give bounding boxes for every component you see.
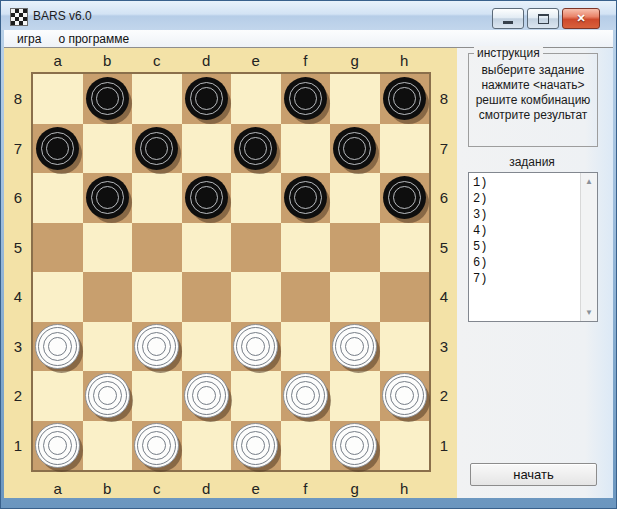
side-panel: инструкция выберите задание нажмите <нач… (457, 48, 613, 498)
file-label-b: b (83, 52, 133, 69)
square-g3[interactable] (330, 322, 380, 372)
square-e5[interactable] (231, 223, 281, 273)
file-label-f: f (281, 480, 331, 497)
square-h1[interactable] (380, 421, 430, 471)
square-b2[interactable] (83, 371, 133, 421)
rank-label-7: 7 (11, 124, 25, 174)
instruction-text: выберите задание нажмите <начать> решите… (469, 54, 597, 123)
rank-label-1: 1 (437, 421, 451, 471)
file-label-g: g (330, 52, 380, 69)
square-d5[interactable] (182, 223, 232, 273)
menu-item-game[interactable]: игра (17, 32, 41, 46)
file-label-d: d (182, 480, 232, 497)
task-item-5[interactable]: 5) (473, 239, 597, 255)
task-item-3[interactable]: 3) (473, 207, 597, 223)
white-man-e3[interactable] (233, 324, 278, 369)
file-label-h: h (380, 52, 430, 69)
piece-ring (195, 186, 218, 209)
square-g7[interactable] (330, 124, 380, 174)
file-label-d: d (182, 52, 232, 69)
rank-label-5: 5 (437, 223, 451, 273)
black-man-e7[interactable] (234, 127, 277, 170)
rank-label-2: 2 (437, 371, 451, 421)
square-c2[interactable] (132, 371, 182, 421)
square-c5[interactable] (132, 223, 182, 273)
client-area: abcdefgh abcdefgh 87654321 87654321 инст… (4, 48, 613, 498)
board-panel: abcdefgh abcdefgh 87654321 87654321 (4, 48, 457, 498)
piece-ring (296, 386, 315, 405)
square-g4[interactable] (330, 272, 380, 322)
white-man-e1[interactable] (233, 423, 278, 468)
rank-label-5: 5 (11, 223, 25, 273)
piece-ring (48, 436, 67, 455)
instruction-line: выберите задание (469, 63, 597, 78)
square-d1[interactable] (182, 421, 232, 471)
piece-ring (393, 186, 416, 209)
piece-ring (294, 186, 317, 209)
piece-ring (96, 186, 119, 209)
square-b1[interactable] (83, 421, 133, 471)
square-e8[interactable] (231, 74, 281, 124)
file-label-c: c (132, 480, 182, 497)
black-man-h8[interactable] (383, 77, 426, 120)
menu-item-about[interactable]: о программе (58, 32, 129, 46)
square-h6[interactable] (380, 173, 430, 223)
file-label-e: e (231, 480, 281, 497)
square-b3[interactable] (83, 322, 133, 372)
white-man-b2[interactable] (85, 373, 130, 418)
task-item-1[interactable]: 1) (473, 175, 597, 191)
checkerboard-icon (10, 8, 28, 26)
black-man-d6[interactable] (185, 176, 228, 219)
black-man-h6[interactable] (383, 176, 426, 219)
window-controls: ✕ (492, 8, 600, 29)
file-label-h: h (380, 480, 430, 497)
square-d8[interactable] (182, 74, 232, 124)
file-label-g: g (330, 480, 380, 497)
square-c6[interactable] (132, 173, 182, 223)
rank-label-7: 7 (437, 124, 451, 174)
dash-icon (503, 21, 513, 24)
square-e1[interactable] (231, 421, 281, 471)
square-b8[interactable] (83, 74, 133, 124)
square-e2[interactable] (231, 371, 281, 421)
square-a1[interactable] (33, 421, 83, 471)
black-man-b8[interactable] (86, 77, 129, 120)
square-d3[interactable] (182, 322, 232, 372)
square-b4[interactable] (83, 272, 133, 322)
task-item-6[interactable]: 6) (473, 255, 597, 271)
white-man-h2[interactable] (382, 373, 427, 418)
piece-ring (197, 386, 216, 405)
square-f2[interactable] (281, 371, 331, 421)
square-g8[interactable] (330, 74, 380, 124)
white-man-g3[interactable] (332, 324, 377, 369)
square-d6[interactable] (182, 173, 232, 223)
square-b5[interactable] (83, 223, 133, 273)
square-h8[interactable] (380, 74, 430, 124)
white-man-a3[interactable] (35, 324, 80, 369)
square-f8[interactable] (281, 74, 331, 124)
white-man-a1[interactable] (35, 423, 80, 468)
square-a7[interactable] (33, 124, 83, 174)
square-icon (538, 14, 549, 24)
piece-ring (147, 337, 166, 356)
white-man-d2[interactable] (184, 373, 229, 418)
title-bar[interactable]: BARS v6.0 ✕ (1, 1, 616, 30)
piece-ring (48, 337, 67, 356)
instruction-groupbox: инструкция выберите задание нажмите <нач… (468, 53, 598, 147)
instruction-line: смотрите результат (469, 108, 597, 123)
rank-label-3: 3 (11, 322, 25, 372)
file-label-e: e (231, 52, 281, 69)
square-h4[interactable] (380, 272, 430, 322)
window-title: BARS v6.0 (33, 9, 92, 23)
rank-label-6: 6 (11, 173, 25, 223)
rank-label-3: 3 (437, 322, 451, 372)
square-a5[interactable] (33, 223, 83, 273)
app-window: BARS v6.0 ✕ игра о программе abcdefgh ab… (0, 0, 617, 509)
close-button[interactable]: ✕ (562, 8, 600, 29)
task-item-2[interactable]: 2) (473, 191, 597, 207)
piece-ring (246, 436, 265, 455)
square-f7[interactable] (281, 124, 331, 174)
square-a8[interactable] (33, 74, 83, 124)
tasks-scrollbar[interactable]: ▲ ▼ (580, 173, 597, 321)
piece-ring (343, 137, 366, 160)
square-f5[interactable] (281, 223, 331, 273)
square-h2[interactable] (380, 371, 430, 421)
white-man-c1[interactable] (134, 423, 179, 468)
file-label-a: a (33, 52, 83, 69)
rank-labels-right: 87654321 (437, 74, 451, 470)
tasks-label: задания (468, 155, 596, 169)
black-man-f6[interactable] (284, 176, 327, 219)
piece-ring (294, 87, 317, 110)
square-b6[interactable] (83, 173, 133, 223)
file-label-b: b (83, 480, 133, 497)
task-item-7[interactable]: 7) (473, 271, 597, 287)
square-h5[interactable] (380, 223, 430, 273)
start-button[interactable]: начать (470, 463, 597, 486)
square-d4[interactable] (182, 272, 232, 322)
square-g5[interactable] (330, 223, 380, 273)
file-label-f: f (281, 52, 331, 69)
square-c4[interactable] (132, 272, 182, 322)
piece-ring (244, 137, 267, 160)
piece-ring (246, 337, 265, 356)
instruction-line: решите комбинацию (469, 93, 597, 108)
instruction-groupbox-title: инструкция (474, 46, 543, 60)
file-labels-top: abcdefgh (33, 52, 429, 69)
square-f4[interactable] (281, 272, 331, 322)
file-labels-bottom: abcdefgh (33, 480, 429, 497)
rank-label-2: 2 (11, 371, 25, 421)
square-b7[interactable] (83, 124, 133, 174)
white-man-c3[interactable] (134, 324, 179, 369)
piece-ring (393, 87, 416, 110)
square-a4[interactable] (33, 272, 83, 322)
square-f6[interactable] (281, 173, 331, 223)
piece-ring (395, 386, 414, 405)
task-item-4[interactable]: 4) (473, 223, 597, 239)
x-icon: ✕ (576, 12, 585, 25)
square-h3[interactable] (380, 322, 430, 372)
piece-ring (195, 87, 218, 110)
rank-label-1: 1 (11, 421, 25, 471)
piece-ring (345, 337, 364, 356)
square-a6[interactable] (33, 173, 83, 223)
square-c7[interactable] (132, 124, 182, 174)
square-e4[interactable] (231, 272, 281, 322)
black-man-g7[interactable] (333, 127, 376, 170)
white-man-g1[interactable] (332, 423, 377, 468)
rank-label-8: 8 (11, 74, 25, 124)
square-c8[interactable] (132, 74, 182, 124)
rank-labels-left: 87654321 (11, 74, 25, 470)
rank-label-8: 8 (437, 74, 451, 124)
square-g2[interactable] (330, 371, 380, 421)
piece-ring (96, 87, 119, 110)
square-e7[interactable] (231, 124, 281, 174)
black-man-d8[interactable] (185, 77, 228, 120)
square-c3[interactable] (132, 322, 182, 372)
black-man-a7[interactable] (36, 127, 79, 170)
square-a2[interactable] (33, 371, 83, 421)
triangle-down-icon[interactable]: ▼ (581, 305, 597, 320)
white-man-f2[interactable] (283, 373, 328, 418)
tasks-listbox[interactable]: 1)2)3)4)5)6)7) ▲ ▼ (468, 172, 598, 322)
maximize-button[interactable] (527, 8, 559, 29)
black-man-f8[interactable] (284, 77, 327, 120)
square-d7[interactable] (182, 124, 232, 174)
square-c1[interactable] (132, 421, 182, 471)
black-man-c7[interactable] (135, 127, 178, 170)
square-g6[interactable] (330, 173, 380, 223)
square-a3[interactable] (33, 322, 83, 372)
piece-ring (145, 137, 168, 160)
rank-label-4: 4 (11, 272, 25, 322)
minimize-button[interactable] (492, 8, 524, 29)
square-h7[interactable] (380, 124, 430, 174)
piece-ring (345, 436, 364, 455)
piece-ring (98, 386, 117, 405)
piece-ring (46, 137, 69, 160)
rank-label-4: 4 (437, 272, 451, 322)
piece-ring (147, 436, 166, 455)
triangle-up-icon[interactable]: ▲ (581, 174, 597, 189)
square-g1[interactable] (330, 421, 380, 471)
file-label-c: c (132, 52, 182, 69)
square-e6[interactable] (231, 173, 281, 223)
square-f1[interactable] (281, 421, 331, 471)
tasks-list: 1)2)3)4)5)6)7) (469, 173, 597, 287)
square-f3[interactable] (281, 322, 331, 372)
rank-label-6: 6 (437, 173, 451, 223)
square-d2[interactable] (182, 371, 232, 421)
file-label-a: a (33, 480, 83, 497)
instruction-line: нажмите <начать> (469, 78, 597, 93)
board-grid (31, 72, 431, 472)
black-man-b6[interactable] (86, 176, 129, 219)
square-e3[interactable] (231, 322, 281, 372)
